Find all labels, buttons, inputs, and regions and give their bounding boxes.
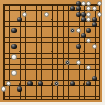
go-board-screenshot [0,0,105,105]
intersection-ec[interactable] [22,12,27,17]
star-point-dot [51,19,53,21]
black-stone[interactable] [11,44,16,49]
white-stone[interactable] [86,17,91,22]
circle-mark [71,29,74,32]
intersection-re[interactable] [91,22,96,27]
intersection-qp[interactable] [86,81,91,86]
white-stone[interactable] [22,12,27,17]
black-stone[interactable] [70,81,75,86]
intersection-ro[interactable] [91,76,96,81]
black-stone[interactable] [38,81,43,86]
white-stone[interactable] [76,60,81,65]
black-stone[interactable] [86,81,91,86]
intersection-np[interactable] [70,81,75,86]
bottom-page-margin [0,102,105,105]
intersection-qd[interactable] [86,17,91,22]
black-stone[interactable] [17,86,22,91]
white-stone[interactable] [11,54,16,59]
star-point [49,49,54,54]
star-point-dot [51,83,53,85]
black-stone[interactable] [76,44,81,49]
star-point [49,17,54,22]
white-stone[interactable] [92,44,97,49]
intersection-ml[interactable] [65,60,70,65]
white-stone[interactable] [86,65,91,70]
right-page-margin [102,0,105,105]
marked-white-stone[interactable] [65,60,70,65]
intersection-ol[interactable] [75,60,80,65]
white-stone[interactable] [11,70,16,75]
circle-mark [55,82,58,85]
intersection-ic[interactable] [43,12,48,17]
intersection-dq[interactable] [17,86,22,91]
intersection-qm[interactable] [86,65,91,70]
intersection-cn[interactable] [11,70,16,75]
intersection-hp[interactable] [38,81,43,86]
black-stone[interactable] [11,28,16,33]
circle-mark [66,61,69,64]
black-stone[interactable] [92,76,97,81]
intersection-fp[interactable] [27,81,32,86]
intersection-ci[interactable] [11,44,16,49]
black-stone[interactable] [92,22,97,27]
intersection-ri[interactable] [91,44,96,49]
marked-white-stone[interactable] [54,81,59,86]
star-point-dot [19,83,21,85]
black-stone[interactable] [17,17,22,22]
star-point [17,49,22,54]
star-point-dot [19,51,21,53]
white-stone[interactable] [44,12,49,17]
star-point-dot [83,83,85,85]
intersection-ck[interactable] [11,54,16,59]
intersection-aq[interactable] [1,86,6,91]
black-stone[interactable] [86,28,91,33]
intersection-oi[interactable] [75,44,80,49]
white-stone[interactable] [76,28,81,33]
star-point-dot [51,51,53,53]
intersection-of[interactable] [75,28,80,33]
go-board[interactable] [1,1,103,103]
intersection-cf[interactable] [11,28,16,33]
black-stone[interactable] [27,81,32,86]
white-stone[interactable] [1,86,6,91]
intersection-qf[interactable] [86,28,91,33]
star-point-dot [83,51,85,53]
star-point [81,49,86,54]
white-stone[interactable] [6,81,11,86]
intersection-kp[interactable] [54,81,59,86]
intersection-bp[interactable] [6,81,11,86]
intersection-dd[interactable] [17,17,22,22]
